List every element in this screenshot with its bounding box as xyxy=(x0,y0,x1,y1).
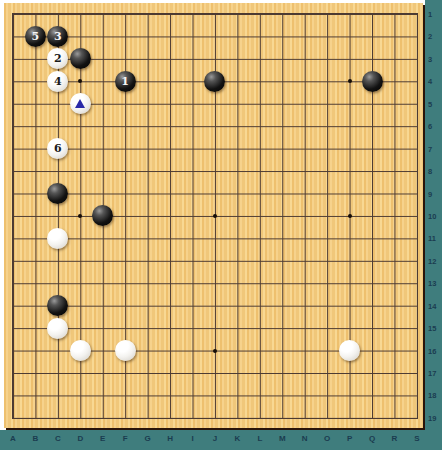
intersection-i5[interactable] xyxy=(181,93,203,115)
intersection-s10[interactable] xyxy=(406,205,428,227)
intersection-b7[interactable] xyxy=(24,137,46,159)
intersection-c2[interactable]: 3 xyxy=(47,25,69,47)
intersection-b5[interactable] xyxy=(24,93,46,115)
intersection-r3[interactable] xyxy=(383,48,405,70)
intersection-a17[interactable] xyxy=(2,362,24,384)
intersection-n6[interactable] xyxy=(293,115,315,137)
intersection-o8[interactable] xyxy=(316,160,338,182)
intersection-g14[interactable] xyxy=(136,294,158,316)
intersection-q4[interactable] xyxy=(361,70,383,92)
intersection-r14[interactable] xyxy=(383,294,405,316)
intersection-q18[interactable] xyxy=(361,384,383,406)
intersection-o16[interactable] xyxy=(316,339,338,361)
intersection-b19[interactable] xyxy=(24,407,46,429)
intersection-n18[interactable] xyxy=(293,384,315,406)
intersection-g11[interactable] xyxy=(136,227,158,249)
intersection-e19[interactable] xyxy=(92,407,114,429)
intersection-s6[interactable] xyxy=(406,115,428,137)
intersection-g19[interactable] xyxy=(136,407,158,429)
intersection-l9[interactable] xyxy=(249,182,271,204)
intersection-o7[interactable] xyxy=(316,137,338,159)
intersection-i17[interactable] xyxy=(181,362,203,384)
intersection-r15[interactable] xyxy=(383,317,405,339)
intersection-r12[interactable] xyxy=(383,250,405,272)
intersection-o10[interactable] xyxy=(316,205,338,227)
intersection-h10[interactable] xyxy=(159,205,181,227)
intersection-p2[interactable] xyxy=(338,25,360,47)
intersection-s14[interactable] xyxy=(406,294,428,316)
intersection-f12[interactable] xyxy=(114,250,136,272)
intersection-r16[interactable] xyxy=(383,339,405,361)
intersection-s3[interactable] xyxy=(406,48,428,70)
intersection-r1[interactable] xyxy=(383,3,405,25)
intersection-a13[interactable] xyxy=(2,272,24,294)
intersection-e10[interactable] xyxy=(92,205,114,227)
intersection-s17[interactable] xyxy=(406,362,428,384)
intersection-s9[interactable] xyxy=(406,182,428,204)
intersection-n2[interactable] xyxy=(293,25,315,47)
intersection-s13[interactable] xyxy=(406,272,428,294)
intersection-c19[interactable] xyxy=(47,407,69,429)
intersection-c1[interactable] xyxy=(47,3,69,25)
intersection-o6[interactable] xyxy=(316,115,338,137)
intersection-a7[interactable] xyxy=(2,137,24,159)
intersection-j10[interactable] xyxy=(204,205,226,227)
intersection-s7[interactable] xyxy=(406,137,428,159)
intersection-a9[interactable] xyxy=(2,182,24,204)
intersection-a14[interactable] xyxy=(2,294,24,316)
intersection-h6[interactable] xyxy=(159,115,181,137)
intersection-l18[interactable] xyxy=(249,384,271,406)
intersection-h5[interactable] xyxy=(159,93,181,115)
intersection-g5[interactable] xyxy=(136,93,158,115)
intersection-g18[interactable] xyxy=(136,384,158,406)
intersection-n12[interactable] xyxy=(293,250,315,272)
intersection-a11[interactable] xyxy=(2,227,24,249)
intersection-b16[interactable] xyxy=(24,339,46,361)
intersection-j16[interactable] xyxy=(204,339,226,361)
intersection-l12[interactable] xyxy=(249,250,271,272)
intersection-m17[interactable] xyxy=(271,362,293,384)
intersection-i15[interactable] xyxy=(181,317,203,339)
intersection-e5[interactable] xyxy=(92,93,114,115)
intersection-m7[interactable] xyxy=(271,137,293,159)
intersection-o17[interactable] xyxy=(316,362,338,384)
intersection-j4[interactable] xyxy=(204,70,226,92)
intersection-b15[interactable] xyxy=(24,317,46,339)
intersection-m2[interactable] xyxy=(271,25,293,47)
intersection-p10[interactable] xyxy=(338,205,360,227)
intersection-c12[interactable] xyxy=(47,250,69,272)
intersection-h1[interactable] xyxy=(159,3,181,25)
intersection-g1[interactable] xyxy=(136,3,158,25)
intersection-d15[interactable] xyxy=(69,317,91,339)
intersection-m5[interactable] xyxy=(271,93,293,115)
intersection-h14[interactable] xyxy=(159,294,181,316)
intersection-f6[interactable] xyxy=(114,115,136,137)
intersection-q2[interactable] xyxy=(361,25,383,47)
intersection-g9[interactable] xyxy=(136,182,158,204)
intersection-k10[interactable] xyxy=(226,205,248,227)
intersection-l6[interactable] xyxy=(249,115,271,137)
intersection-m16[interactable] xyxy=(271,339,293,361)
intersection-l2[interactable] xyxy=(249,25,271,47)
intersection-m8[interactable] xyxy=(271,160,293,182)
intersection-m15[interactable] xyxy=(271,317,293,339)
intersection-l11[interactable] xyxy=(249,227,271,249)
intersection-f13[interactable] xyxy=(114,272,136,294)
intersection-d5[interactable] xyxy=(69,93,91,115)
intersection-o9[interactable] xyxy=(316,182,338,204)
intersection-h16[interactable] xyxy=(159,339,181,361)
intersection-g3[interactable] xyxy=(136,48,158,70)
intersection-m3[interactable] xyxy=(271,48,293,70)
intersection-e3[interactable] xyxy=(92,48,114,70)
intersection-i18[interactable] xyxy=(181,384,203,406)
intersection-f14[interactable] xyxy=(114,294,136,316)
intersection-c4[interactable]: 4 xyxy=(47,70,69,92)
intersection-j5[interactable] xyxy=(204,93,226,115)
intersection-m19[interactable] xyxy=(271,407,293,429)
intersection-c6[interactable] xyxy=(47,115,69,137)
intersection-j11[interactable] xyxy=(204,227,226,249)
intersection-c16[interactable] xyxy=(47,339,69,361)
intersection-g2[interactable] xyxy=(136,25,158,47)
intersection-c17[interactable] xyxy=(47,362,69,384)
intersection-p8[interactable] xyxy=(338,160,360,182)
intersection-q10[interactable] xyxy=(361,205,383,227)
intersection-a16[interactable] xyxy=(2,339,24,361)
intersection-i6[interactable] xyxy=(181,115,203,137)
intersection-d17[interactable] xyxy=(69,362,91,384)
intersection-b12[interactable] xyxy=(24,250,46,272)
intersection-r8[interactable] xyxy=(383,160,405,182)
intersection-i8[interactable] xyxy=(181,160,203,182)
intersection-p15[interactable] xyxy=(338,317,360,339)
intersection-s18[interactable] xyxy=(406,384,428,406)
intersection-i19[interactable] xyxy=(181,407,203,429)
intersection-k5[interactable] xyxy=(226,93,248,115)
intersection-s8[interactable] xyxy=(406,160,428,182)
intersection-q12[interactable] xyxy=(361,250,383,272)
intersection-h4[interactable] xyxy=(159,70,181,92)
intersection-r4[interactable] xyxy=(383,70,405,92)
intersection-o1[interactable] xyxy=(316,3,338,25)
intersection-n16[interactable] xyxy=(293,339,315,361)
intersection-m4[interactable] xyxy=(271,70,293,92)
intersection-f15[interactable] xyxy=(114,317,136,339)
intersection-d8[interactable] xyxy=(69,160,91,182)
intersection-e9[interactable] xyxy=(92,182,114,204)
intersection-n4[interactable] xyxy=(293,70,315,92)
intersection-s2[interactable] xyxy=(406,25,428,47)
intersection-f10[interactable] xyxy=(114,205,136,227)
intersection-p13[interactable] xyxy=(338,272,360,294)
intersection-d19[interactable] xyxy=(69,407,91,429)
intersection-s12[interactable] xyxy=(406,250,428,272)
intersection-l7[interactable] xyxy=(249,137,271,159)
intersection-c10[interactable] xyxy=(47,205,69,227)
intersection-e14[interactable] xyxy=(92,294,114,316)
intersection-d13[interactable] xyxy=(69,272,91,294)
intersection-q3[interactable] xyxy=(361,48,383,70)
intersection-j6[interactable] xyxy=(204,115,226,137)
intersection-a6[interactable] xyxy=(2,115,24,137)
intersection-i2[interactable] xyxy=(181,25,203,47)
intersection-l10[interactable] xyxy=(249,205,271,227)
intersection-s19[interactable] xyxy=(406,407,428,429)
intersection-l8[interactable] xyxy=(249,160,271,182)
intersection-r13[interactable] xyxy=(383,272,405,294)
intersection-i14[interactable] xyxy=(181,294,203,316)
intersection-n9[interactable] xyxy=(293,182,315,204)
intersection-a2[interactable] xyxy=(2,25,24,47)
intersection-p9[interactable] xyxy=(338,182,360,204)
intersection-g10[interactable] xyxy=(136,205,158,227)
intersection-e17[interactable] xyxy=(92,362,114,384)
intersection-f7[interactable] xyxy=(114,137,136,159)
intersection-l17[interactable] xyxy=(249,362,271,384)
intersection-h15[interactable] xyxy=(159,317,181,339)
intersection-l14[interactable] xyxy=(249,294,271,316)
intersection-q11[interactable] xyxy=(361,227,383,249)
intersection-h7[interactable] xyxy=(159,137,181,159)
intersection-q16[interactable] xyxy=(361,339,383,361)
intersection-f4[interactable]: 1 xyxy=(114,70,136,92)
goban[interactable]: 532416 xyxy=(4,3,423,428)
intersection-l15[interactable] xyxy=(249,317,271,339)
intersection-k8[interactable] xyxy=(226,160,248,182)
intersection-h19[interactable] xyxy=(159,407,181,429)
intersection-q19[interactable] xyxy=(361,407,383,429)
intersection-g4[interactable] xyxy=(136,70,158,92)
intersection-b6[interactable] xyxy=(24,115,46,137)
intersection-n8[interactable] xyxy=(293,160,315,182)
intersection-r6[interactable] xyxy=(383,115,405,137)
intersection-o2[interactable] xyxy=(316,25,338,47)
intersection-o19[interactable] xyxy=(316,407,338,429)
intersection-j8[interactable] xyxy=(204,160,226,182)
intersection-p1[interactable] xyxy=(338,3,360,25)
intersection-k3[interactable] xyxy=(226,48,248,70)
intersection-h8[interactable] xyxy=(159,160,181,182)
intersection-r11[interactable] xyxy=(383,227,405,249)
intersection-n17[interactable] xyxy=(293,362,315,384)
intersection-s1[interactable] xyxy=(406,3,428,25)
intersection-f18[interactable] xyxy=(114,384,136,406)
intersection-c8[interactable] xyxy=(47,160,69,182)
intersection-c5[interactable] xyxy=(47,93,69,115)
intersection-e7[interactable] xyxy=(92,137,114,159)
intersection-j2[interactable] xyxy=(204,25,226,47)
intersection-k19[interactable] xyxy=(226,407,248,429)
intersection-n1[interactable] xyxy=(293,3,315,25)
intersection-r17[interactable] xyxy=(383,362,405,384)
intersection-m10[interactable] xyxy=(271,205,293,227)
intersection-s4[interactable] xyxy=(406,70,428,92)
intersection-r19[interactable] xyxy=(383,407,405,429)
intersection-n3[interactable] xyxy=(293,48,315,70)
intersection-f17[interactable] xyxy=(114,362,136,384)
intersection-k12[interactable] xyxy=(226,250,248,272)
intersection-a4[interactable] xyxy=(2,70,24,92)
intersection-k6[interactable] xyxy=(226,115,248,137)
intersection-p11[interactable] xyxy=(338,227,360,249)
intersection-q7[interactable] xyxy=(361,137,383,159)
intersection-i11[interactable] xyxy=(181,227,203,249)
intersection-g15[interactable] xyxy=(136,317,158,339)
intersection-q15[interactable] xyxy=(361,317,383,339)
intersection-l16[interactable] xyxy=(249,339,271,361)
intersection-r2[interactable] xyxy=(383,25,405,47)
intersection-l1[interactable] xyxy=(249,3,271,25)
intersection-j18[interactable] xyxy=(204,384,226,406)
intersection-p19[interactable] xyxy=(338,407,360,429)
intersection-k11[interactable] xyxy=(226,227,248,249)
intersection-o18[interactable] xyxy=(316,384,338,406)
intersection-f9[interactable] xyxy=(114,182,136,204)
intersection-i10[interactable] xyxy=(181,205,203,227)
intersection-c18[interactable] xyxy=(47,384,69,406)
intersection-o11[interactable] xyxy=(316,227,338,249)
intersection-e4[interactable] xyxy=(92,70,114,92)
intersection-b14[interactable] xyxy=(24,294,46,316)
intersection-o4[interactable] xyxy=(316,70,338,92)
intersection-k7[interactable] xyxy=(226,137,248,159)
intersection-b9[interactable] xyxy=(24,182,46,204)
intersection-p7[interactable] xyxy=(338,137,360,159)
intersection-p3[interactable] xyxy=(338,48,360,70)
intersection-n15[interactable] xyxy=(293,317,315,339)
intersection-e13[interactable] xyxy=(92,272,114,294)
intersection-d18[interactable] xyxy=(69,384,91,406)
intersection-a1[interactable] xyxy=(2,3,24,25)
intersection-r18[interactable] xyxy=(383,384,405,406)
intersection-b3[interactable] xyxy=(24,48,46,70)
intersection-p4[interactable] xyxy=(338,70,360,92)
intersection-h2[interactable] xyxy=(159,25,181,47)
intersection-m14[interactable] xyxy=(271,294,293,316)
intersection-b2[interactable]: 5 xyxy=(24,25,46,47)
intersection-c11[interactable] xyxy=(47,227,69,249)
intersection-i12[interactable] xyxy=(181,250,203,272)
intersection-q6[interactable] xyxy=(361,115,383,137)
intersection-o15[interactable] xyxy=(316,317,338,339)
intersection-b13[interactable] xyxy=(24,272,46,294)
intersection-d14[interactable] xyxy=(69,294,91,316)
intersection-l13[interactable] xyxy=(249,272,271,294)
intersection-k2[interactable] xyxy=(226,25,248,47)
intersection-g16[interactable] xyxy=(136,339,158,361)
intersection-b8[interactable] xyxy=(24,160,46,182)
intersection-g7[interactable] xyxy=(136,137,158,159)
intersection-a10[interactable] xyxy=(2,205,24,227)
intersection-j17[interactable] xyxy=(204,362,226,384)
intersection-d16[interactable] xyxy=(69,339,91,361)
intersection-d6[interactable] xyxy=(69,115,91,137)
intersection-s5[interactable] xyxy=(406,93,428,115)
intersection-n14[interactable] xyxy=(293,294,315,316)
intersection-r9[interactable] xyxy=(383,182,405,204)
intersection-l3[interactable] xyxy=(249,48,271,70)
intersection-b18[interactable] xyxy=(24,384,46,406)
intersection-m6[interactable] xyxy=(271,115,293,137)
intersection-f2[interactable] xyxy=(114,25,136,47)
intersection-n13[interactable] xyxy=(293,272,315,294)
intersection-a8[interactable] xyxy=(2,160,24,182)
intersection-h3[interactable] xyxy=(159,48,181,70)
intersection-k9[interactable] xyxy=(226,182,248,204)
intersection-s16[interactable] xyxy=(406,339,428,361)
intersection-j19[interactable] xyxy=(204,407,226,429)
intersection-p14[interactable] xyxy=(338,294,360,316)
intersection-i13[interactable] xyxy=(181,272,203,294)
intersection-g13[interactable] xyxy=(136,272,158,294)
intersection-p12[interactable] xyxy=(338,250,360,272)
intersection-d3[interactable] xyxy=(69,48,91,70)
intersection-o5[interactable] xyxy=(316,93,338,115)
intersection-i7[interactable] xyxy=(181,137,203,159)
intersection-d4[interactable] xyxy=(69,70,91,92)
intersection-p18[interactable] xyxy=(338,384,360,406)
intersection-e16[interactable] xyxy=(92,339,114,361)
intersection-m11[interactable] xyxy=(271,227,293,249)
intersection-f8[interactable] xyxy=(114,160,136,182)
intersection-k1[interactable] xyxy=(226,3,248,25)
intersection-d12[interactable] xyxy=(69,250,91,272)
intersection-n7[interactable] xyxy=(293,137,315,159)
intersection-j13[interactable] xyxy=(204,272,226,294)
intersection-k13[interactable] xyxy=(226,272,248,294)
intersection-o13[interactable] xyxy=(316,272,338,294)
intersection-i9[interactable] xyxy=(181,182,203,204)
intersection-e15[interactable] xyxy=(92,317,114,339)
intersection-d9[interactable] xyxy=(69,182,91,204)
intersection-c14[interactable] xyxy=(47,294,69,316)
intersection-e8[interactable] xyxy=(92,160,114,182)
intersection-i3[interactable] xyxy=(181,48,203,70)
intersection-q9[interactable] xyxy=(361,182,383,204)
intersection-o12[interactable] xyxy=(316,250,338,272)
intersection-b11[interactable] xyxy=(24,227,46,249)
intersection-m12[interactable] xyxy=(271,250,293,272)
intersection-l4[interactable] xyxy=(249,70,271,92)
intersection-b4[interactable] xyxy=(24,70,46,92)
intersection-j14[interactable] xyxy=(204,294,226,316)
intersection-a5[interactable] xyxy=(2,93,24,115)
intersection-d2[interactable] xyxy=(69,25,91,47)
intersection-p5[interactable] xyxy=(338,93,360,115)
intersection-k17[interactable] xyxy=(226,362,248,384)
intersection-e6[interactable] xyxy=(92,115,114,137)
intersection-h18[interactable] xyxy=(159,384,181,406)
intersection-j9[interactable] xyxy=(204,182,226,204)
intersection-g17[interactable] xyxy=(136,362,158,384)
intersection-d10[interactable] xyxy=(69,205,91,227)
intersection-j7[interactable] xyxy=(204,137,226,159)
intersection-q5[interactable] xyxy=(361,93,383,115)
intersection-s15[interactable] xyxy=(406,317,428,339)
intersection-g8[interactable] xyxy=(136,160,158,182)
intersection-l5[interactable] xyxy=(249,93,271,115)
intersection-o14[interactable] xyxy=(316,294,338,316)
intersection-p6[interactable] xyxy=(338,115,360,137)
intersection-b1[interactable] xyxy=(24,3,46,25)
intersection-g6[interactable] xyxy=(136,115,158,137)
intersection-m9[interactable] xyxy=(271,182,293,204)
intersection-s11[interactable] xyxy=(406,227,428,249)
intersection-a15[interactable] xyxy=(2,317,24,339)
